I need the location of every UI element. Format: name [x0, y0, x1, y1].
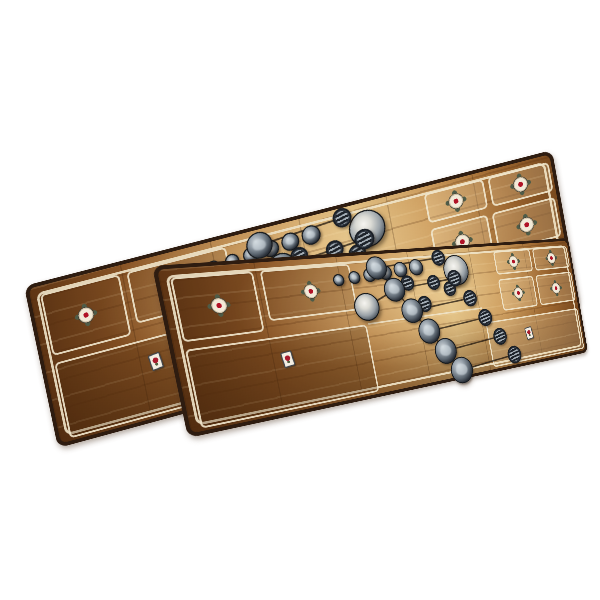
coin-relief — [336, 277, 341, 282]
coin-relief — [351, 274, 357, 280]
coin-relief — [252, 239, 266, 250]
coin-relief — [456, 363, 468, 375]
coin-relief — [286, 238, 295, 245]
front-playmat-surface — [152, 238, 588, 438]
coin-relief — [371, 262, 382, 274]
coin-relief — [397, 266, 404, 273]
product-photo-stage — [0, 0, 600, 600]
coin-relief — [440, 344, 451, 356]
coin-relief — [412, 263, 419, 271]
coin-relief — [406, 304, 417, 316]
coin-relief — [423, 324, 434, 336]
coin-relief — [389, 283, 400, 295]
coin-relief — [306, 231, 316, 239]
